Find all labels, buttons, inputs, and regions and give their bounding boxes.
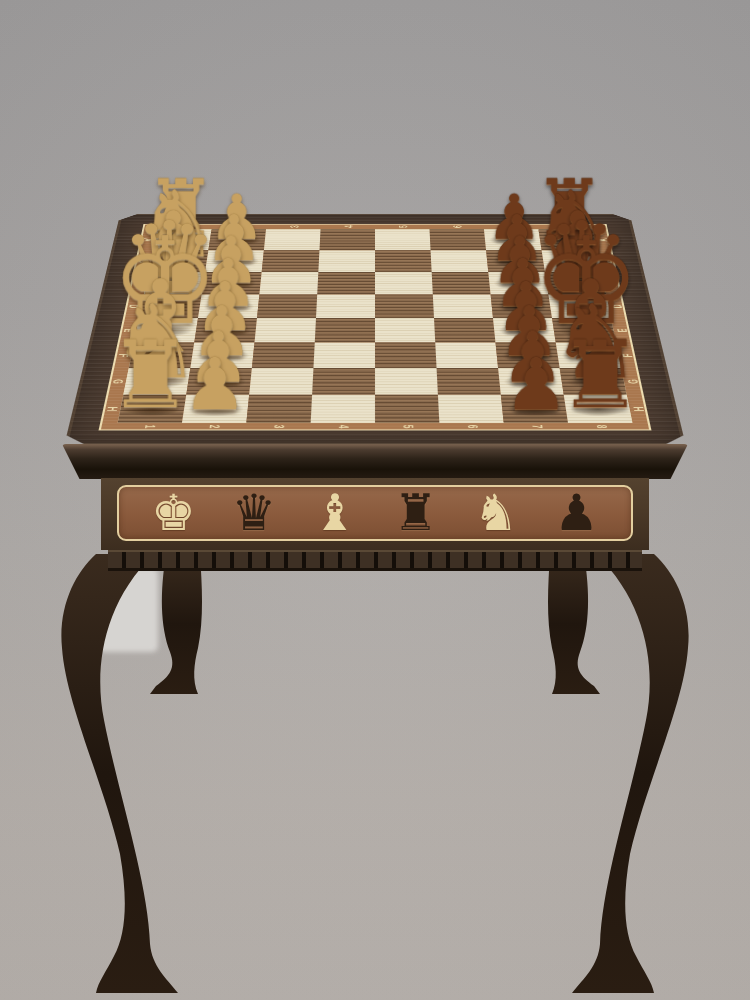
square-a3 bbox=[264, 229, 321, 250]
square-a4 bbox=[319, 229, 375, 250]
white-rook-h1: ♜ bbox=[108, 328, 192, 422]
far-rank-label-7: 7 bbox=[504, 225, 518, 227]
square-h4 bbox=[311, 395, 375, 423]
far-rank-label-6: 6 bbox=[450, 225, 464, 227]
square-g3 bbox=[249, 368, 313, 395]
square-b6 bbox=[431, 250, 489, 272]
board-scene: ♜♟♟♜♞♟♟♞♝♟♟♝♛♟♟♛♚♟♟♚♝♟♟♝♞♟♟♞♜♟♟♜ 1234567… bbox=[95, 38, 655, 598]
table-legs bbox=[0, 552, 750, 1000]
square-f4 bbox=[313, 343, 375, 369]
photo-stage: ♚♛♝♜♞♟ ♜♟♟♜♞♟♟♞♝♟♟♝♛♟♟♛♚♟♟♚♝♟♟♝♞♟♟♞♜♟♟♜ … bbox=[0, 0, 750, 1000]
square-g6 bbox=[437, 368, 501, 395]
front-right-leg bbox=[572, 554, 689, 993]
square-b3 bbox=[262, 250, 320, 272]
far-rank-label-3: 3 bbox=[286, 225, 300, 227]
square-f6 bbox=[435, 343, 498, 369]
far-rank-label-2: 2 bbox=[232, 225, 246, 227]
square-b4 bbox=[318, 250, 375, 272]
square-d4 bbox=[316, 294, 375, 318]
white-pawn-h2: ♟ bbox=[182, 349, 246, 421]
far-rank-label-4: 4 bbox=[341, 225, 355, 227]
square-h3 bbox=[246, 395, 312, 423]
square-h8: ♜ bbox=[564, 395, 633, 423]
square-h2: ♟ bbox=[182, 395, 249, 423]
square-d6 bbox=[433, 294, 493, 318]
square-h5 bbox=[375, 395, 439, 423]
square-f5 bbox=[375, 343, 437, 369]
square-g5 bbox=[375, 368, 438, 395]
square-b5 bbox=[375, 250, 432, 272]
front-left-leg bbox=[61, 554, 178, 993]
square-h6 bbox=[438, 395, 504, 423]
square-a5 bbox=[375, 229, 431, 250]
far-rank-label-5: 5 bbox=[395, 225, 409, 227]
square-f3 bbox=[252, 343, 315, 369]
square-g4 bbox=[312, 368, 375, 395]
square-d3 bbox=[257, 294, 317, 318]
square-a6 bbox=[429, 229, 486, 250]
tabletop: ♜♟♟♜♞♟♟♞♝♟♟♝♛♟♟♛♚♟♟♚♝♟♟♝♞♟♟♞♜♟♟♜ 1234567… bbox=[64, 214, 685, 444]
square-d5 bbox=[375, 294, 434, 318]
brown-rook-h8: ♜ bbox=[558, 328, 642, 422]
square-h1: ♜ bbox=[118, 395, 187, 423]
